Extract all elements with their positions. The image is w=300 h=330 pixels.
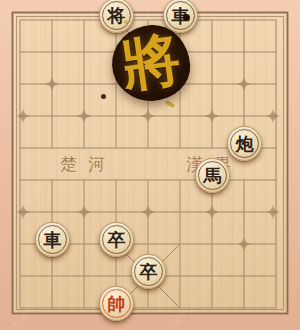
piece-black-pawn[interactable]: 卒 — [99, 222, 134, 257]
piece-black-horse[interactable]: 馬 — [195, 158, 230, 193]
xiangqi-board-screen: 楚河 漢界 www.bahao.com www.bahao.com www.ba… — [0, 0, 300, 330]
piece-character: 卒 — [140, 263, 158, 281]
piece-black-general[interactable]: 将 — [99, 0, 134, 33]
piece-character: 将 — [108, 7, 126, 25]
piece-black-chariot[interactable]: 車 — [35, 222, 70, 257]
piece-character: 車 — [172, 7, 190, 25]
piece-black-cannon[interactable]: 炮 — [227, 126, 262, 161]
piece-character: 馬 — [204, 167, 222, 185]
check-stamp-character: 將 — [118, 30, 184, 96]
piece-red-general[interactable]: 帥 — [99, 286, 134, 321]
piece-character: 卒 — [108, 231, 126, 249]
piece-character: 帥 — [108, 295, 126, 313]
piece-character: 炮 — [236, 135, 254, 153]
piece-character: 車 — [44, 231, 62, 249]
piece-black-pawn[interactable]: 卒 — [131, 254, 166, 289]
